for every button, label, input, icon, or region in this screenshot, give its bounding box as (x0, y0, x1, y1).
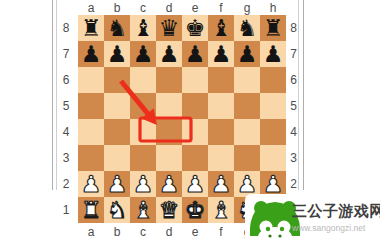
file-label-a: a (78, 224, 104, 240)
square-e7: ♟ (182, 41, 208, 67)
square-h3 (260, 145, 286, 171)
square-a6 (78, 67, 104, 93)
white-king: ♚ (185, 197, 206, 223)
square-f3 (208, 145, 234, 171)
square-e5 (182, 93, 208, 119)
square-f7: ♟ (208, 41, 234, 67)
square-d3 (156, 145, 182, 171)
square-f1: ♝ (208, 197, 234, 223)
square-c3 (130, 145, 156, 171)
black-bishop: ♝ (211, 15, 232, 41)
file-label-f: f (208, 224, 234, 240)
square-c5 (130, 93, 156, 119)
black-knight: ♞ (107, 15, 128, 41)
rank-label-3: 3 (287, 145, 300, 171)
square-e8: ♚ (182, 15, 208, 41)
white-rook: ♜ (81, 197, 102, 223)
square-b6 (104, 67, 130, 93)
watermark-site-name: 三公子游戏网 (292, 202, 380, 221)
file-label-b: b (104, 0, 130, 15)
square-e2: ♟ (182, 171, 208, 197)
right-border-line-outer (303, 0, 304, 190)
square-d5 (156, 93, 182, 119)
square-f5 (208, 93, 234, 119)
square-g3 (234, 145, 260, 171)
watermark-site-url: www.sangongzi.net (292, 223, 380, 233)
rank-label-7: 7 (287, 41, 300, 67)
chess-diagram-page: abcdefgh 87654321 87654321 abcdefgh ♜♞♝♛… (0, 0, 380, 240)
white-pawn: ♟ (211, 171, 232, 197)
square-b5 (104, 93, 130, 119)
square-a3 (78, 145, 104, 171)
square-d6 (156, 67, 182, 93)
square-f4 (208, 119, 234, 145)
file-label-e: e (182, 0, 208, 15)
white-bishop: ♝ (133, 197, 154, 223)
file-labels-top: abcdefgh (78, 0, 286, 15)
black-pawn: ♟ (159, 41, 180, 67)
square-b8: ♞ (104, 15, 130, 41)
rank-label-5: 5 (57, 93, 75, 119)
square-c7: ♟ (130, 41, 156, 67)
white-pawn: ♟ (159, 171, 180, 197)
rank-label-6: 6 (57, 67, 75, 93)
black-pawn: ♟ (107, 41, 128, 67)
square-b7: ♟ (104, 41, 130, 67)
chess-board: ♜♞♝♛♚♝♞♜♟♟♟♟♟♟♟♟♟♟♟♟♟♟♟♟♜♞♝♛♚♝♞♜ (78, 15, 286, 223)
square-c4 (130, 119, 156, 145)
black-pawn: ♟ (81, 41, 102, 67)
file-label-c: c (130, 224, 156, 240)
file-label-c: c (130, 0, 156, 15)
white-queen: ♛ (159, 197, 180, 223)
square-f8: ♝ (208, 15, 234, 41)
white-pawn: ♟ (185, 171, 206, 197)
square-e1: ♚ (182, 197, 208, 223)
square-g6 (234, 67, 260, 93)
square-e4 (182, 119, 208, 145)
white-pawn: ♟ (133, 171, 154, 197)
black-pawn: ♟ (211, 41, 232, 67)
black-pawn: ♟ (185, 41, 206, 67)
black-king: ♚ (185, 15, 206, 41)
square-h7: ♟ (260, 41, 286, 67)
square-c8: ♝ (130, 15, 156, 41)
file-label-h: h (260, 0, 286, 15)
black-queen: ♛ (159, 15, 180, 41)
rank-labels-left: 87654321 (57, 15, 75, 223)
black-pawn: ♟ (237, 41, 258, 67)
black-knight: ♞ (237, 15, 258, 41)
square-g4 (234, 119, 260, 145)
square-g8: ♞ (234, 15, 260, 41)
square-h8: ♜ (260, 15, 286, 41)
square-h4 (260, 119, 286, 145)
rank-label-7: 7 (57, 41, 75, 67)
square-a8: ♜ (78, 15, 104, 41)
rank-label-2: 2 (57, 171, 75, 197)
white-pawn: ♟ (107, 171, 128, 197)
rank-label-4: 4 (57, 119, 75, 145)
white-knight: ♞ (107, 197, 128, 223)
square-e6 (182, 67, 208, 93)
file-label-e: e (182, 224, 208, 240)
rank-label-8: 8 (57, 15, 75, 41)
file-label-a: a (78, 0, 104, 15)
file-label-d: d (156, 0, 182, 15)
square-d8: ♛ (156, 15, 182, 41)
square-b2: ♟ (104, 171, 130, 197)
square-b4 (104, 119, 130, 145)
square-g5 (234, 93, 260, 119)
white-pawn: ♟ (81, 171, 102, 197)
rank-label-8: 8 (287, 15, 300, 41)
rank-label-5: 5 (287, 93, 300, 119)
square-d1: ♛ (156, 197, 182, 223)
watermark-text-block: 三公子游戏网 www.sangongzi.net (292, 202, 380, 233)
rank-label-6: 6 (287, 67, 300, 93)
square-d2: ♟ (156, 171, 182, 197)
square-f6 (208, 67, 234, 93)
file-label-b: b (104, 224, 130, 240)
square-a2: ♟ (78, 171, 104, 197)
square-d7: ♟ (156, 41, 182, 67)
square-c2: ♟ (130, 171, 156, 197)
file-label-g: g (234, 0, 260, 15)
rank-label-4: 4 (287, 119, 300, 145)
left-border-line-outer (52, 0, 53, 190)
rank-label-3: 3 (57, 145, 75, 171)
square-b1: ♞ (104, 197, 130, 223)
square-a4 (78, 119, 104, 145)
white-bishop: ♝ (211, 197, 232, 223)
square-e3 (182, 145, 208, 171)
square-a5 (78, 93, 104, 119)
square-b3 (104, 145, 130, 171)
rank-labels-right: 87654321 (287, 15, 300, 223)
square-h5 (260, 93, 286, 119)
file-label-f: f (208, 0, 234, 15)
black-pawn: ♟ (263, 41, 284, 67)
black-bishop: ♝ (133, 15, 154, 41)
square-g7: ♟ (234, 41, 260, 67)
square-c1: ♝ (130, 197, 156, 223)
file-label-d: d (156, 224, 182, 240)
black-rook: ♜ (81, 15, 102, 41)
square-h6 (260, 67, 286, 93)
square-a1: ♜ (78, 197, 104, 223)
square-f2: ♟ (208, 171, 234, 197)
square-d4 (156, 119, 182, 145)
rank-label-1: 1 (57, 197, 75, 223)
black-pawn: ♟ (133, 41, 154, 67)
square-c6 (130, 67, 156, 93)
black-rook: ♜ (263, 15, 284, 41)
square-a7: ♟ (78, 41, 104, 67)
